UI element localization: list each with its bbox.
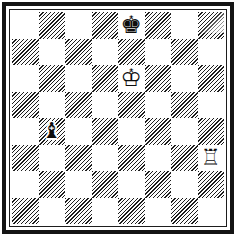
square-e2	[118, 171, 145, 198]
square-e4	[118, 118, 145, 145]
square-e6: ♔	[118, 65, 145, 92]
square-b7	[39, 39, 66, 66]
square-f6	[145, 65, 172, 92]
white-rook: ♖	[201, 147, 221, 169]
square-h6	[198, 65, 225, 92]
square-b6	[39, 65, 66, 92]
square-f5	[145, 92, 172, 119]
black-bishop: ♝	[42, 120, 62, 142]
square-c3	[65, 145, 92, 172]
square-b5	[39, 92, 66, 119]
square-c4	[65, 118, 92, 145]
square-g2	[171, 171, 198, 198]
square-g8	[171, 12, 198, 39]
square-d6	[92, 65, 119, 92]
square-c7	[65, 39, 92, 66]
square-e1	[118, 198, 145, 225]
square-a4	[12, 118, 39, 145]
square-h7	[198, 39, 225, 66]
square-f4	[145, 118, 172, 145]
square-g7	[171, 39, 198, 66]
square-h3: ♖	[198, 145, 225, 172]
square-f1	[145, 198, 172, 225]
square-f7	[145, 39, 172, 66]
square-d5	[92, 92, 119, 119]
square-d3	[92, 145, 119, 172]
square-g4	[171, 118, 198, 145]
square-b8	[39, 12, 66, 39]
square-a7	[12, 39, 39, 66]
square-e8: ♚	[118, 12, 145, 39]
square-b1	[39, 198, 66, 225]
square-a8	[12, 12, 39, 39]
square-e7	[118, 39, 145, 66]
square-h5	[198, 92, 225, 119]
square-a1	[12, 198, 39, 225]
square-a6	[12, 65, 39, 92]
white-king: ♔	[120, 66, 142, 90]
square-c1	[65, 198, 92, 225]
square-g6	[171, 65, 198, 92]
square-a2	[12, 171, 39, 198]
square-g1	[171, 198, 198, 225]
square-h2	[198, 171, 225, 198]
square-h4	[198, 118, 225, 145]
square-c2	[65, 171, 92, 198]
square-b3	[39, 145, 66, 172]
square-g5	[171, 92, 198, 119]
square-d7	[92, 39, 119, 66]
square-d4	[92, 118, 119, 145]
chess-board: ♚♔♝♖	[12, 12, 224, 224]
square-e3	[118, 145, 145, 172]
square-c8	[65, 12, 92, 39]
square-f8	[145, 12, 172, 39]
square-f2	[145, 171, 172, 198]
square-c5	[65, 92, 92, 119]
square-d1	[92, 198, 119, 225]
square-h1	[198, 198, 225, 225]
square-g3	[171, 145, 198, 172]
square-f3	[145, 145, 172, 172]
square-a5	[12, 92, 39, 119]
square-c6	[65, 65, 92, 92]
square-a3	[12, 145, 39, 172]
square-b4: ♝	[39, 118, 66, 145]
black-king: ♚	[120, 13, 142, 37]
square-d2	[92, 171, 119, 198]
square-d8	[92, 12, 119, 39]
chess-diagram: ♚♔♝♖	[0, 0, 236, 236]
square-e5	[118, 92, 145, 119]
square-b2	[39, 171, 66, 198]
square-h8	[198, 12, 225, 39]
